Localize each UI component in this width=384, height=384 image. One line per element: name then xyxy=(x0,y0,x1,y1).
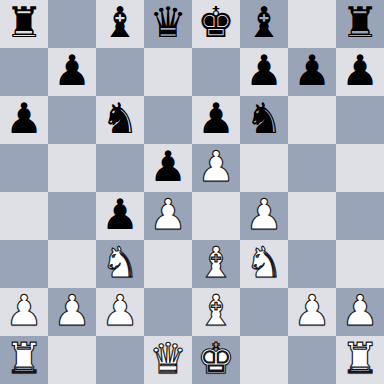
square-g1[interactable] xyxy=(288,336,336,384)
square-c4[interactable]: ♟ xyxy=(96,192,144,240)
white-pawn[interactable]: ♟ xyxy=(5,287,43,335)
square-e8[interactable]: ♚ xyxy=(192,0,240,48)
square-h7[interactable]: ♟ xyxy=(336,48,384,96)
square-b7[interactable]: ♟ xyxy=(48,48,96,96)
square-b2[interactable]: ♟ xyxy=(48,288,96,336)
white-bishop[interactable]: ♝ xyxy=(197,287,235,335)
white-pawn[interactable]: ♟ xyxy=(245,191,283,239)
white-rook[interactable]: ♜ xyxy=(341,335,379,383)
square-a3[interactable] xyxy=(0,240,48,288)
square-b6[interactable] xyxy=(48,96,96,144)
square-b1[interactable] xyxy=(48,336,96,384)
black-rook[interactable]: ♜ xyxy=(341,0,379,47)
black-pawn[interactable]: ♟ xyxy=(197,95,235,143)
square-h8[interactable]: ♜ xyxy=(336,0,384,48)
black-queen[interactable]: ♛ xyxy=(149,0,187,47)
square-d6[interactable] xyxy=(144,96,192,144)
square-a6[interactable]: ♟ xyxy=(0,96,48,144)
square-c1[interactable] xyxy=(96,336,144,384)
square-d7[interactable] xyxy=(144,48,192,96)
square-f4[interactable]: ♟ xyxy=(240,192,288,240)
square-e6[interactable]: ♟ xyxy=(192,96,240,144)
black-pawn[interactable]: ♟ xyxy=(5,95,43,143)
white-pawn[interactable]: ♟ xyxy=(101,287,139,335)
square-d2[interactable] xyxy=(144,288,192,336)
white-pawn[interactable]: ♟ xyxy=(341,287,379,335)
square-e2[interactable]: ♝ xyxy=(192,288,240,336)
square-a7[interactable] xyxy=(0,48,48,96)
square-d8[interactable]: ♛ xyxy=(144,0,192,48)
black-knight[interactable]: ♞ xyxy=(101,95,139,143)
square-g3[interactable] xyxy=(288,240,336,288)
square-a2[interactable]: ♟ xyxy=(0,288,48,336)
square-c3[interactable]: ♞ xyxy=(96,240,144,288)
chess-board: ♜♝♛♚♝♜♟♟♟♟♟♞♟♞♟♟♟♟♟♞♝♞♟♟♟♝♟♟♜♛♚♜ xyxy=(0,0,384,384)
square-e5[interactable]: ♟ xyxy=(192,144,240,192)
black-pawn[interactable]: ♟ xyxy=(101,191,139,239)
square-h3[interactable] xyxy=(336,240,384,288)
square-b5[interactable] xyxy=(48,144,96,192)
square-b8[interactable] xyxy=(48,0,96,48)
black-bishop[interactable]: ♝ xyxy=(245,0,283,47)
black-rook[interactable]: ♜ xyxy=(5,0,43,47)
square-h5[interactable] xyxy=(336,144,384,192)
square-b3[interactable] xyxy=(48,240,96,288)
black-king[interactable]: ♚ xyxy=(197,0,235,47)
square-h2[interactable]: ♟ xyxy=(336,288,384,336)
square-h4[interactable] xyxy=(336,192,384,240)
black-pawn[interactable]: ♟ xyxy=(245,47,283,95)
square-c7[interactable] xyxy=(96,48,144,96)
square-h1[interactable]: ♜ xyxy=(336,336,384,384)
black-pawn[interactable]: ♟ xyxy=(53,47,91,95)
square-a1[interactable]: ♜ xyxy=(0,336,48,384)
square-a5[interactable] xyxy=(0,144,48,192)
white-king[interactable]: ♚ xyxy=(197,335,235,383)
square-b4[interactable] xyxy=(48,192,96,240)
square-g5[interactable] xyxy=(288,144,336,192)
white-bishop[interactable]: ♝ xyxy=(197,239,235,287)
square-e7[interactable] xyxy=(192,48,240,96)
black-pawn[interactable]: ♟ xyxy=(293,47,331,95)
square-g7[interactable]: ♟ xyxy=(288,48,336,96)
black-knight[interactable]: ♞ xyxy=(245,95,283,143)
square-c5[interactable] xyxy=(96,144,144,192)
square-f8[interactable]: ♝ xyxy=(240,0,288,48)
square-c6[interactable]: ♞ xyxy=(96,96,144,144)
white-pawn[interactable]: ♟ xyxy=(293,287,331,335)
white-pawn[interactable]: ♟ xyxy=(197,143,235,191)
square-c8[interactable]: ♝ xyxy=(96,0,144,48)
square-g2[interactable]: ♟ xyxy=(288,288,336,336)
white-knight[interactable]: ♞ xyxy=(101,239,139,287)
square-a4[interactable] xyxy=(0,192,48,240)
square-f1[interactable] xyxy=(240,336,288,384)
white-pawn[interactable]: ♟ xyxy=(53,287,91,335)
square-f2[interactable] xyxy=(240,288,288,336)
square-f3[interactable]: ♞ xyxy=(240,240,288,288)
square-d4[interactable]: ♟ xyxy=(144,192,192,240)
white-rook[interactable]: ♜ xyxy=(5,335,43,383)
square-f7[interactable]: ♟ xyxy=(240,48,288,96)
square-g8[interactable] xyxy=(288,0,336,48)
black-bishop[interactable]: ♝ xyxy=(101,0,139,47)
black-pawn[interactable]: ♟ xyxy=(149,143,187,191)
square-g4[interactable] xyxy=(288,192,336,240)
square-d3[interactable] xyxy=(144,240,192,288)
square-f6[interactable]: ♞ xyxy=(240,96,288,144)
square-c2[interactable]: ♟ xyxy=(96,288,144,336)
square-d5[interactable]: ♟ xyxy=(144,144,192,192)
white-knight[interactable]: ♞ xyxy=(245,239,283,287)
square-g6[interactable] xyxy=(288,96,336,144)
white-queen[interactable]: ♛ xyxy=(149,335,187,383)
square-e3[interactable]: ♝ xyxy=(192,240,240,288)
square-a8[interactable]: ♜ xyxy=(0,0,48,48)
square-d1[interactable]: ♛ xyxy=(144,336,192,384)
square-e1[interactable]: ♚ xyxy=(192,336,240,384)
square-h6[interactable] xyxy=(336,96,384,144)
square-f5[interactable] xyxy=(240,144,288,192)
black-pawn[interactable]: ♟ xyxy=(341,47,379,95)
square-e4[interactable] xyxy=(192,192,240,240)
white-pawn[interactable]: ♟ xyxy=(149,191,187,239)
